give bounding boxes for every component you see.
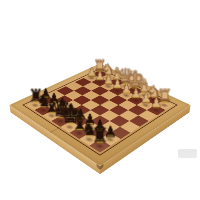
piece-black-rook[interactable]: ♜ — [88, 124, 111, 146]
chess-scene: ♜♞♝♛♚♝♞♜♟♟♟♟♟♟♟♟♟♟♟♟♟♟♟♟♜♞♝♛♚♝♞♜ — [0, 0, 200, 200]
piece-white-pawn[interactable]: ♟ — [146, 95, 166, 110]
watermark — [178, 149, 197, 158]
product-photo: ♜♞♝♛♚♝♞♜♟♟♟♟♟♟♟♟♟♟♟♟♟♟♟♟♜♞♝♛♚♝♞♜ — [0, 0, 200, 200]
pieces-layer: ♜♞♝♛♚♝♞♜♟♟♟♟♟♟♟♟♟♟♟♟♟♟♟♟♜♞♝♛♚♝♞♜ — [9, 63, 190, 166]
chess-board[interactable]: ♜♞♝♛♚♝♞♜♟♟♟♟♟♟♟♟♟♟♟♟♟♟♟♟♜♞♝♛♚♝♞♜ — [9, 63, 190, 166]
